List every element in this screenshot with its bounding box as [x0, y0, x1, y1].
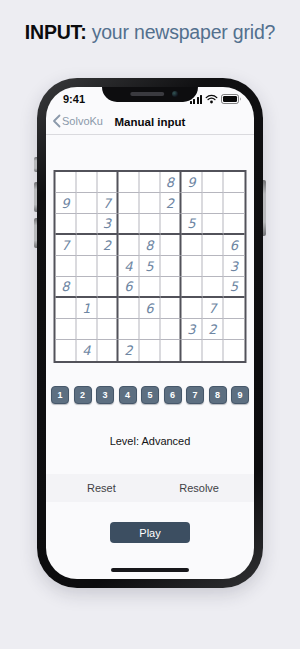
- sudoku-cell-r2c3[interactable]: 7: [98, 193, 119, 214]
- sudoku-cell-r6c9[interactable]: 5: [224, 277, 245, 298]
- sudoku-cell-r9c7[interactable]: [182, 340, 203, 361]
- sudoku-cell-r8c9[interactable]: [224, 319, 245, 340]
- sudoku-cell-r7c9[interactable]: [224, 298, 245, 319]
- status-time: 9:41: [63, 93, 85, 105]
- keypad-button-1[interactable]: 1: [51, 386, 69, 404]
- sudoku-cell-r6c6[interactable]: [161, 277, 182, 298]
- page-title-suffix: your newspaper grid?: [92, 21, 276, 43]
- sudoku-cell-r9c4[interactable]: 2: [119, 340, 140, 361]
- sudoku-cell-r3c8[interactable]: [203, 214, 224, 235]
- action-bar: Reset Resolve: [46, 474, 254, 502]
- sudoku-cell-r2c4[interactable]: [119, 193, 140, 214]
- sudoku-cell-r4c2[interactable]: [77, 235, 98, 256]
- power-button[interactable]: [263, 180, 266, 236]
- sudoku-cell-r7c3[interactable]: [98, 298, 119, 319]
- sudoku-cell-r7c7[interactable]: [182, 298, 203, 319]
- sudoku-cell-r6c4[interactable]: 6: [119, 277, 140, 298]
- sudoku-cell-r8c1[interactable]: [56, 319, 77, 340]
- sudoku-cell-r5c9[interactable]: 3: [224, 256, 245, 277]
- sudoku-cell-r3c1[interactable]: [56, 214, 77, 235]
- sudoku-cell-r5c1[interactable]: [56, 256, 77, 277]
- sudoku-cell-r4c5[interactable]: 8: [140, 235, 161, 256]
- status-icons: [190, 94, 243, 104]
- sudoku-cell-r5c6[interactable]: [161, 256, 182, 277]
- sudoku-cell-r2c6[interactable]: 2: [161, 193, 182, 214]
- keypad-button-6[interactable]: 6: [164, 386, 182, 404]
- sudoku-cell-r7c4[interactable]: [119, 298, 140, 319]
- sudoku-cell-r6c7[interactable]: [182, 277, 203, 298]
- sudoku-cell-r4c8[interactable]: [203, 235, 224, 256]
- reset-button[interactable]: Reset: [87, 482, 116, 494]
- sudoku-cell-r5c4[interactable]: 4: [119, 256, 140, 277]
- page-title-prefix: INPUT:: [25, 21, 87, 43]
- phone-frame: 9:41: [37, 78, 263, 588]
- sudoku-cell-r5c2[interactable]: [77, 256, 98, 277]
- sudoku-cell-r9c1[interactable]: [56, 340, 77, 361]
- volume-down-button[interactable]: [34, 218, 37, 248]
- sudoku-cell-r7c6[interactable]: [161, 298, 182, 319]
- sudoku-cell-r7c2[interactable]: 1: [77, 298, 98, 319]
- keypad-button-2[interactable]: 2: [74, 386, 92, 404]
- sudoku-cell-r5c5[interactable]: 5: [140, 256, 161, 277]
- keypad-button-9[interactable]: 9: [231, 386, 249, 404]
- keypad-button-5[interactable]: 5: [141, 386, 159, 404]
- sudoku-cell-r5c7[interactable]: [182, 256, 203, 277]
- sudoku-cell-r6c1[interactable]: 8: [56, 277, 77, 298]
- sudoku-cell-r9c3[interactable]: [98, 340, 119, 361]
- keypad-button-8[interactable]: 8: [209, 386, 227, 404]
- sudoku-grid: 899723572864538651673242: [54, 170, 247, 363]
- sudoku-cell-r3c9[interactable]: [224, 214, 245, 235]
- keypad-button-7[interactable]: 7: [186, 386, 204, 404]
- sudoku-cell-r6c8[interactable]: [203, 277, 224, 298]
- page-title: INPUT: your newspaper grid?: [0, 21, 300, 44]
- sudoku-cell-r8c6[interactable]: [161, 319, 182, 340]
- sudoku-cell-r1c7[interactable]: 9: [182, 172, 203, 193]
- wifi-icon: [205, 94, 218, 104]
- sudoku-cell-r2c5[interactable]: [140, 193, 161, 214]
- sudoku-cell-r5c3[interactable]: [98, 256, 119, 277]
- sudoku-cell-r1c4[interactable]: [119, 172, 140, 193]
- play-button[interactable]: Play: [110, 522, 190, 543]
- keypad: 123456789: [46, 386, 254, 404]
- notch: [102, 87, 198, 102]
- sudoku-cell-r9c8[interactable]: [203, 340, 224, 361]
- sudoku-cell-r6c5[interactable]: [140, 277, 161, 298]
- sudoku-cell-r1c3[interactable]: [98, 172, 119, 193]
- sudoku-cell-r9c6[interactable]: [161, 340, 182, 361]
- sudoku-cell-r8c2[interactable]: [77, 319, 98, 340]
- nav-title: Manual input: [46, 116, 254, 128]
- sudoku-cell-r9c5[interactable]: [140, 340, 161, 361]
- sudoku-cell-r3c4[interactable]: [119, 214, 140, 235]
- sudoku-cell-r1c8[interactable]: [203, 172, 224, 193]
- sudoku-cell-r3c5[interactable]: [140, 214, 161, 235]
- sudoku-cell-r7c5[interactable]: 6: [140, 298, 161, 319]
- page: INPUT: your newspaper grid? 9:41: [0, 0, 300, 649]
- sudoku-cell-r1c2[interactable]: [77, 172, 98, 193]
- sudoku-cell-r4c9[interactable]: 6: [224, 235, 245, 256]
- sudoku-cell-r9c2[interactable]: 4: [77, 340, 98, 361]
- sudoku-cell-r7c8[interactable]: 7: [203, 298, 224, 319]
- sudoku-cell-r5c8[interactable]: [203, 256, 224, 277]
- sudoku-cell-r1c9[interactable]: [224, 172, 245, 193]
- sudoku-cell-r4c3[interactable]: 2: [98, 235, 119, 256]
- sudoku-cell-r2c9[interactable]: [224, 193, 245, 214]
- sudoku-cell-r1c1[interactable]: [56, 172, 77, 193]
- mute-switch[interactable]: [34, 157, 37, 172]
- keypad-button-4[interactable]: 4: [119, 386, 137, 404]
- sudoku-cell-r6c3[interactable]: [98, 277, 119, 298]
- sudoku-cell-r2c8[interactable]: [203, 193, 224, 214]
- sudoku-cell-r7c1[interactable]: [56, 298, 77, 319]
- sudoku-cell-r8c8[interactable]: 2: [203, 319, 224, 340]
- speaker-icon: [130, 92, 164, 96]
- sudoku-cell-r3c7[interactable]: 5: [182, 214, 203, 235]
- sudoku-cell-r8c7[interactable]: 3: [182, 319, 203, 340]
- camera-icon: [172, 91, 178, 97]
- sudoku-cell-r1c5[interactable]: [140, 172, 161, 193]
- sudoku-cell-r2c7[interactable]: [182, 193, 203, 214]
- sudoku-cell-r4c1[interactable]: 7: [56, 235, 77, 256]
- sudoku-cell-r6c2[interactable]: [77, 277, 98, 298]
- sudoku-cell-r3c3[interactable]: 3: [98, 214, 119, 235]
- signal-icon: [190, 95, 203, 104]
- sudoku-cell-r8c4[interactable]: [119, 319, 140, 340]
- sudoku-cell-r2c1[interactable]: 9: [56, 193, 77, 214]
- sudoku-cell-r8c3[interactable]: [98, 319, 119, 340]
- resolve-button[interactable]: Resolve: [179, 482, 219, 494]
- sudoku-cell-r3c2[interactable]: [77, 214, 98, 235]
- keypad-button-3[interactable]: 3: [96, 386, 114, 404]
- phone-screen: 9:41: [46, 87, 254, 579]
- sudoku-cell-r4c6[interactable]: [161, 235, 182, 256]
- sudoku-cell-r3c6[interactable]: [161, 214, 182, 235]
- sudoku-cell-r9c9[interactable]: [224, 340, 245, 361]
- nav-bar: SolvoKu Manual input: [46, 111, 254, 135]
- home-indicator[interactable]: [111, 568, 189, 572]
- sudoku-cell-r4c4[interactable]: [119, 235, 140, 256]
- sudoku-cell-r2c2[interactable]: [77, 193, 98, 214]
- volume-up-button[interactable]: [34, 182, 37, 212]
- level-label: Level: Advanced: [46, 435, 254, 447]
- sudoku-cell-r8c5[interactable]: [140, 319, 161, 340]
- sudoku-cell-r1c6[interactable]: 8: [161, 172, 182, 193]
- battery-icon: [221, 94, 242, 104]
- sudoku-cell-r4c7[interactable]: [182, 235, 203, 256]
